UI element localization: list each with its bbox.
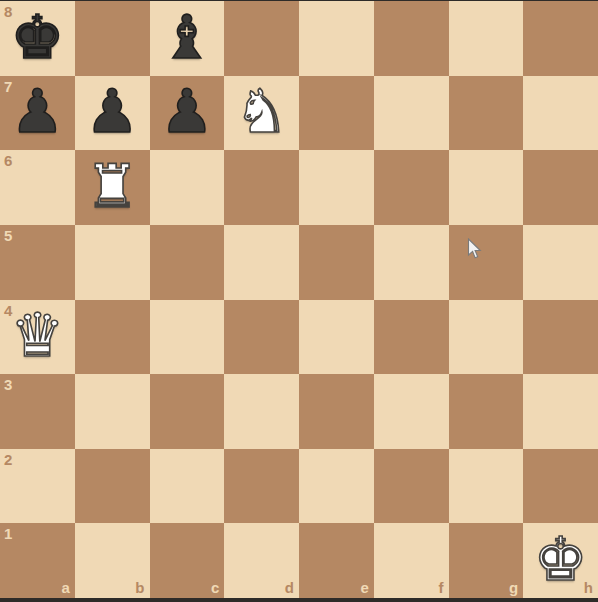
square-d3[interactable] bbox=[224, 374, 299, 449]
square-f7[interactable] bbox=[374, 76, 449, 151]
square-a2[interactable]: 2 bbox=[0, 449, 75, 524]
square-h8[interactable] bbox=[523, 1, 598, 76]
square-e8[interactable] bbox=[299, 1, 374, 76]
square-b5[interactable] bbox=[75, 225, 150, 300]
square-e7[interactable] bbox=[299, 76, 374, 151]
piece-white-king[interactable]: ♚ bbox=[523, 523, 598, 598]
square-h5[interactable] bbox=[523, 225, 598, 300]
square-c3[interactable] bbox=[150, 374, 225, 449]
square-e2[interactable] bbox=[299, 449, 374, 524]
square-b2[interactable] bbox=[75, 449, 150, 524]
square-e5[interactable] bbox=[299, 225, 374, 300]
piece-black-pawn[interactable]: ♟ bbox=[150, 76, 225, 151]
square-c5[interactable] bbox=[150, 225, 225, 300]
rank-label-3: 3 bbox=[4, 377, 12, 392]
file-label-b: b bbox=[135, 580, 144, 595]
chess-app-window: 8♚♝7♟♟♟♞6♜54♛321abcdefgh♚ bbox=[0, 0, 598, 602]
square-e1[interactable]: e bbox=[299, 523, 374, 598]
square-a1[interactable]: 1a bbox=[0, 523, 75, 598]
rank-label-1: 1 bbox=[4, 526, 12, 541]
square-a8[interactable]: 8♚ bbox=[0, 1, 75, 76]
square-d6[interactable] bbox=[224, 150, 299, 225]
square-d1[interactable]: d bbox=[224, 523, 299, 598]
square-b7[interactable]: ♟ bbox=[75, 76, 150, 151]
square-b3[interactable] bbox=[75, 374, 150, 449]
piece-white-queen[interactable]: ♛ bbox=[0, 300, 75, 375]
square-c4[interactable] bbox=[150, 300, 225, 375]
file-label-f: f bbox=[439, 580, 444, 595]
square-g1[interactable]: g bbox=[449, 523, 524, 598]
square-f4[interactable] bbox=[374, 300, 449, 375]
square-h3[interactable] bbox=[523, 374, 598, 449]
square-g3[interactable] bbox=[449, 374, 524, 449]
square-h1[interactable]: h♚ bbox=[523, 523, 598, 598]
square-b1[interactable]: b bbox=[75, 523, 150, 598]
square-g2[interactable] bbox=[449, 449, 524, 524]
piece-white-knight[interactable]: ♞ bbox=[224, 76, 299, 151]
square-h4[interactable] bbox=[523, 300, 598, 375]
square-h2[interactable] bbox=[523, 449, 598, 524]
square-e6[interactable] bbox=[299, 150, 374, 225]
file-label-c: c bbox=[211, 580, 219, 595]
square-b6[interactable]: ♜ bbox=[75, 150, 150, 225]
square-f3[interactable] bbox=[374, 374, 449, 449]
piece-black-pawn[interactable]: ♟ bbox=[75, 76, 150, 151]
square-d7[interactable]: ♞ bbox=[224, 76, 299, 151]
square-f6[interactable] bbox=[374, 150, 449, 225]
square-a6[interactable]: 6 bbox=[0, 150, 75, 225]
square-c6[interactable] bbox=[150, 150, 225, 225]
square-b4[interactable] bbox=[75, 300, 150, 375]
square-c7[interactable]: ♟ bbox=[150, 76, 225, 151]
square-h7[interactable] bbox=[523, 76, 598, 151]
square-a5[interactable]: 5 bbox=[0, 225, 75, 300]
square-a3[interactable]: 3 bbox=[0, 374, 75, 449]
square-g4[interactable] bbox=[449, 300, 524, 375]
square-f2[interactable] bbox=[374, 449, 449, 524]
piece-black-bishop[interactable]: ♝ bbox=[150, 1, 225, 76]
square-e4[interactable] bbox=[299, 300, 374, 375]
rank-label-5: 5 bbox=[4, 228, 12, 243]
piece-black-pawn[interactable]: ♟ bbox=[0, 76, 75, 151]
square-g5[interactable] bbox=[449, 225, 524, 300]
square-d8[interactable] bbox=[224, 1, 299, 76]
square-c2[interactable] bbox=[150, 449, 225, 524]
rank-label-2: 2 bbox=[4, 452, 12, 467]
square-g8[interactable] bbox=[449, 1, 524, 76]
square-f5[interactable] bbox=[374, 225, 449, 300]
chess-board: 8♚♝7♟♟♟♞6♜54♛321abcdefgh♚ bbox=[0, 1, 598, 598]
square-b8[interactable] bbox=[75, 1, 150, 76]
square-g6[interactable] bbox=[449, 150, 524, 225]
file-label-g: g bbox=[509, 580, 518, 595]
square-d5[interactable] bbox=[224, 225, 299, 300]
square-g7[interactable] bbox=[449, 76, 524, 151]
square-c8[interactable]: ♝ bbox=[150, 1, 225, 76]
square-e3[interactable] bbox=[299, 374, 374, 449]
square-f1[interactable]: f bbox=[374, 523, 449, 598]
file-label-d: d bbox=[285, 580, 294, 595]
piece-white-rook[interactable]: ♜ bbox=[75, 150, 150, 225]
rank-label-6: 6 bbox=[4, 153, 12, 168]
square-a4[interactable]: 4♛ bbox=[0, 300, 75, 375]
file-label-a: a bbox=[61, 580, 69, 595]
piece-black-king[interactable]: ♚ bbox=[0, 1, 75, 76]
file-label-e: e bbox=[360, 580, 368, 595]
square-d2[interactable] bbox=[224, 449, 299, 524]
square-d4[interactable] bbox=[224, 300, 299, 375]
square-a7[interactable]: 7♟ bbox=[0, 76, 75, 151]
square-h6[interactable] bbox=[523, 150, 598, 225]
square-f8[interactable] bbox=[374, 1, 449, 76]
square-c1[interactable]: c bbox=[150, 523, 225, 598]
